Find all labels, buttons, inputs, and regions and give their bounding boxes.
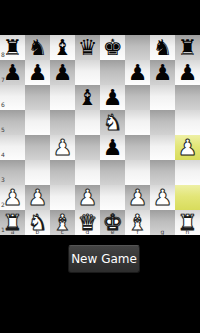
square-b7[interactable]: ♟ [25,60,50,85]
white-pawn-piece: ♟ [125,185,150,210]
square-a2[interactable]: ♟2 [0,185,25,210]
black-queen-piece: ♛ [75,35,100,60]
square-e7[interactable] [100,60,125,85]
square-h4[interactable]: ♟ [175,135,200,160]
square-e4[interactable]: ♟ [100,135,125,160]
square-g1[interactable]: g [150,210,175,235]
square-h6[interactable] [175,85,200,110]
square-f5[interactable] [125,110,150,135]
square-g3[interactable] [150,160,175,185]
square-d2[interactable]: ♟ [75,185,100,210]
square-a3[interactable]: 3 [0,160,25,185]
rank-label-4: 4 [1,152,5,158]
square-d7[interactable] [75,60,100,85]
square-d6[interactable]: ♝ [75,85,100,110]
square-e8[interactable]: ♚ [100,35,125,60]
square-g7[interactable]: ♟ [150,60,175,85]
square-h5[interactable] [175,110,200,135]
square-a8[interactable]: ♜8 [0,35,25,60]
square-e1[interactable]: ♚e [100,210,125,235]
white-knight-piece: ♞ [100,110,125,135]
square-d1[interactable]: ♛d [75,210,100,235]
square-b5[interactable] [25,110,50,135]
file-label-g: g [150,229,175,235]
file-label-d: d [75,229,100,235]
square-b8[interactable]: ♞ [25,35,50,60]
square-e6[interactable]: ♟ [100,85,125,110]
white-pawn-piece: ♟ [25,185,50,210]
square-g2[interactable]: ♟ [150,185,175,210]
square-f8[interactable] [125,35,150,60]
black-pawn-piece: ♟ [125,60,150,85]
square-e3[interactable] [100,160,125,185]
square-d4[interactable] [75,135,100,160]
black-king-piece: ♚ [100,35,125,60]
black-pawn-piece: ♟ [100,135,125,160]
square-c6[interactable] [50,85,75,110]
black-pawn-piece: ♟ [50,60,75,85]
black-rook-piece: ♜ [175,35,200,60]
square-h1[interactable]: ♜h [175,210,200,235]
black-knight-piece: ♞ [150,35,175,60]
square-b1[interactable]: ♞b [25,210,50,235]
rank-label-8: 8 [1,52,5,58]
white-pawn-piece: ♟ [175,135,200,160]
square-c1[interactable]: ♝c [50,210,75,235]
square-e5[interactable]: ♞ [100,110,125,135]
rank-label-5: 5 [1,127,5,133]
square-c5[interactable] [50,110,75,135]
square-c3[interactable] [50,160,75,185]
square-a7[interactable]: ♟7 [0,60,25,85]
square-h2[interactable] [175,185,200,210]
square-g4[interactable] [150,135,175,160]
square-b6[interactable] [25,85,50,110]
file-label-h: h [175,229,200,235]
black-bishop-piece: ♝ [75,85,100,110]
file-label-e: e [100,229,125,235]
square-c8[interactable]: ♝ [50,35,75,60]
square-c2[interactable] [50,185,75,210]
square-g5[interactable] [150,110,175,135]
square-b4[interactable] [25,135,50,160]
black-pawn-piece: ♟ [150,60,175,85]
file-label-a: a [0,229,25,235]
square-b3[interactable] [25,160,50,185]
square-a1[interactable]: ♜1a [0,210,25,235]
white-pawn-piece: ♟ [50,135,75,160]
black-pawn-piece: ♟ [25,60,50,85]
square-h3[interactable] [175,160,200,185]
square-a6[interactable]: 6 [0,85,25,110]
rank-label-6: 6 [1,102,5,108]
file-label-f: f [125,229,150,235]
square-g6[interactable] [150,85,175,110]
rank-label-2: 2 [1,202,5,208]
square-f2[interactable]: ♟ [125,185,150,210]
black-knight-piece: ♞ [25,35,50,60]
square-e2[interactable] [100,185,125,210]
square-c7[interactable]: ♟ [50,60,75,85]
square-f7[interactable]: ♟ [125,60,150,85]
square-a4[interactable]: 4 [0,135,25,160]
white-pawn-piece: ♟ [150,185,175,210]
square-h8[interactable]: ♜ [175,35,200,60]
status-bar [0,0,200,35]
square-f4[interactable] [125,135,150,160]
square-f3[interactable] [125,160,150,185]
black-bishop-piece: ♝ [50,35,75,60]
file-label-b: b [25,229,50,235]
square-d3[interactable] [75,160,100,185]
rank-label-7: 7 [1,77,5,83]
square-b2[interactable]: ♟ [25,185,50,210]
square-g8[interactable]: ♞ [150,35,175,60]
white-pawn-piece: ♟ [75,185,100,210]
square-f1[interactable]: ♝f [125,210,150,235]
black-pawn-piece: ♟ [100,85,125,110]
file-label-c: c [50,229,75,235]
square-d5[interactable] [75,110,100,135]
square-c4[interactable]: ♟ [50,135,75,160]
square-d8[interactable]: ♛ [75,35,100,60]
chess-board: ♜8♞♝♛♚♞♜♟7♟♟♟♟♟6♝♟5♞4♟♟♟3♟2♟♟♟♟♜1a♞b♝c♛d… [0,35,200,235]
square-a5[interactable]: 5 [0,110,25,135]
black-pawn-piece: ♟ [175,60,200,85]
square-h7[interactable]: ♟ [175,60,200,85]
square-f6[interactable] [125,85,150,110]
new-game-button[interactable]: New Game [68,245,140,273]
rank-label-3: 3 [1,177,5,183]
